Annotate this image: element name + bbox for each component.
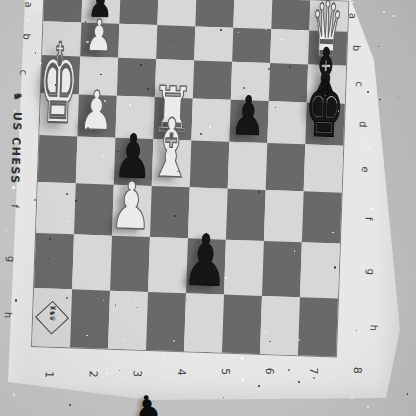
file-label-right-a: a	[347, 13, 358, 20]
square-d5	[191, 98, 230, 141]
square-h5	[184, 293, 224, 352]
piece-white-king-d1: ♚	[36, 29, 83, 141]
file-label-right-c: c	[354, 81, 365, 87]
square-h8	[298, 297, 338, 356]
file-label-right-b: b	[351, 45, 362, 52]
rank-label-6: 6	[263, 368, 276, 375]
rank-label-8: 8	[351, 366, 364, 373]
square-g3	[110, 236, 150, 292]
piece-white-pawn-b2: ♟	[83, 14, 115, 59]
knight-icon: ♞	[11, 91, 24, 101]
rank-label-5: 5	[219, 368, 232, 375]
square-h6	[222, 295, 262, 354]
square-c5	[193, 60, 232, 99]
us-chess-text: US CHESS	[8, 112, 24, 185]
piece-black-pawn-g5: ♟	[179, 225, 231, 297]
piece-black-king-d8: ♚	[301, 70, 347, 149]
square-g8	[300, 242, 340, 298]
piece-white-pawn-d2: ♟	[76, 84, 116, 139]
file-label-left-a: a	[23, 1, 34, 8]
square-b3	[118, 24, 157, 59]
file-label-left-h: h	[2, 312, 13, 319]
square-g2	[72, 234, 112, 290]
square-a5	[195, 0, 234, 28]
rank-label-4: 4	[175, 369, 188, 376]
file-label-left-f: f	[9, 204, 20, 208]
captured-piece: ♟	[132, 390, 163, 416]
rank-label-7: 7	[307, 367, 320, 374]
square-h4	[146, 292, 186, 351]
square-a7	[271, 0, 310, 30]
logo-pieces: ♜♞♛	[48, 301, 57, 323]
square-b4	[156, 25, 195, 60]
square-g7	[262, 241, 302, 297]
square-a3	[119, 0, 158, 25]
square-a4	[157, 0, 196, 26]
file-label-right-g: g	[365, 268, 376, 275]
rank-label-1: 1	[42, 371, 55, 378]
square-f8	[302, 191, 342, 243]
square-e6	[228, 142, 268, 190]
board-layer: abcfghabcdefgh12345678 ♞ US CHESS ♜♞♛ ♟♟…	[0, 0, 416, 416]
square-d7	[267, 101, 306, 144]
square-f7	[264, 190, 304, 242]
square-f6	[226, 189, 266, 241]
piece-black-pawn-d6: ♟	[228, 90, 268, 145]
square-c7	[269, 63, 308, 102]
square-h7	[260, 296, 300, 355]
square-e5	[190, 140, 230, 188]
file-label-left-c: c	[18, 70, 29, 76]
square-g1	[34, 233, 74, 289]
square-h2	[70, 289, 110, 348]
file-label-right-e: e	[360, 166, 371, 173]
file-label-left-b: b	[21, 33, 32, 40]
file-label-right-f: f	[363, 216, 374, 220]
square-a6	[233, 0, 272, 29]
square-b7	[270, 29, 309, 64]
square-f1	[36, 182, 76, 234]
file-label-left-g: g	[6, 255, 17, 262]
noise-speck-white	[352, 1, 354, 3]
square-b5	[194, 26, 233, 61]
rank-label-2: 2	[87, 370, 100, 377]
square-h3	[108, 291, 148, 350]
rank-label-3: 3	[131, 369, 144, 376]
file-label-right-h: h	[368, 324, 379, 331]
photo-chessboard: abcfghabcdefgh12345678 ♞ US CHESS ♜♞♛ ♟♟…	[0, 0, 416, 416]
piece-white-pawn-f3: ♟	[107, 172, 155, 239]
file-label-right-d: d	[357, 121, 368, 128]
square-e7	[266, 143, 306, 191]
square-b6	[232, 28, 271, 63]
